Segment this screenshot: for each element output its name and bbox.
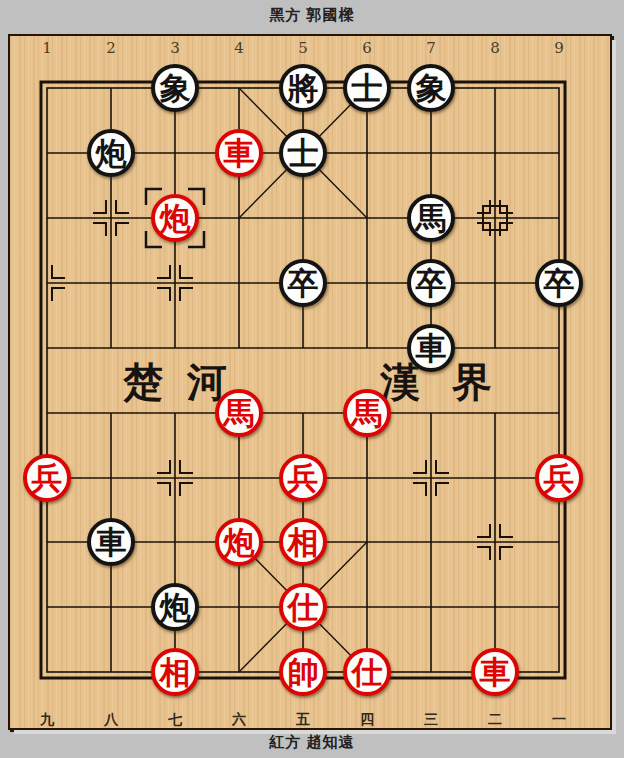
- piece-black-chariot[interactable]: 車: [87, 518, 135, 566]
- xiangqi-board[interactable]: 123456789九八七六五四三二一楚河漢界 象將士象炮車士炮馬卒卒卒車馬馬兵兵…: [8, 34, 612, 730]
- piece-red-chariot[interactable]: 車: [471, 648, 519, 696]
- piece-black-general[interactable]: 將: [279, 64, 327, 112]
- pieces-layer: 象將士象炮車士炮馬卒卒卒車馬馬兵兵兵車炮相炮仕相帥仕車: [10, 36, 610, 728]
- piece-black-soldier[interactable]: 卒: [535, 259, 583, 307]
- piece-red-advisor[interactable]: 仕: [279, 583, 327, 631]
- red-player-label: 紅方 趙知遠: [0, 729, 624, 755]
- black-player-label: 黑方 郭國樑: [0, 2, 624, 28]
- piece-black-soldier[interactable]: 卒: [407, 259, 455, 307]
- piece-red-elephant[interactable]: 相: [279, 518, 327, 566]
- piece-black-elephant[interactable]: 象: [407, 64, 455, 112]
- piece-black-elephant[interactable]: 象: [151, 64, 199, 112]
- piece-red-soldier[interactable]: 兵: [279, 454, 327, 502]
- piece-black-advisor[interactable]: 士: [279, 129, 327, 177]
- piece-black-chariot[interactable]: 車: [407, 324, 455, 372]
- piece-red-chariot[interactable]: 車: [215, 129, 263, 177]
- piece-red-advisor[interactable]: 仕: [343, 648, 391, 696]
- piece-red-general[interactable]: 帥: [279, 648, 327, 696]
- piece-red-cannon[interactable]: 炮: [151, 194, 199, 242]
- piece-black-advisor[interactable]: 士: [343, 64, 391, 112]
- piece-red-soldier[interactable]: 兵: [23, 454, 71, 502]
- piece-red-elephant[interactable]: 相: [151, 648, 199, 696]
- piece-black-soldier[interactable]: 卒: [279, 259, 327, 307]
- piece-black-cannon[interactable]: 炮: [151, 583, 199, 631]
- piece-red-horse[interactable]: 馬: [215, 389, 263, 437]
- piece-red-cannon[interactable]: 炮: [215, 518, 263, 566]
- piece-red-horse[interactable]: 馬: [343, 389, 391, 437]
- piece-black-horse[interactable]: 馬: [407, 194, 455, 242]
- piece-red-soldier[interactable]: 兵: [535, 454, 583, 502]
- piece-black-cannon[interactable]: 炮: [87, 129, 135, 177]
